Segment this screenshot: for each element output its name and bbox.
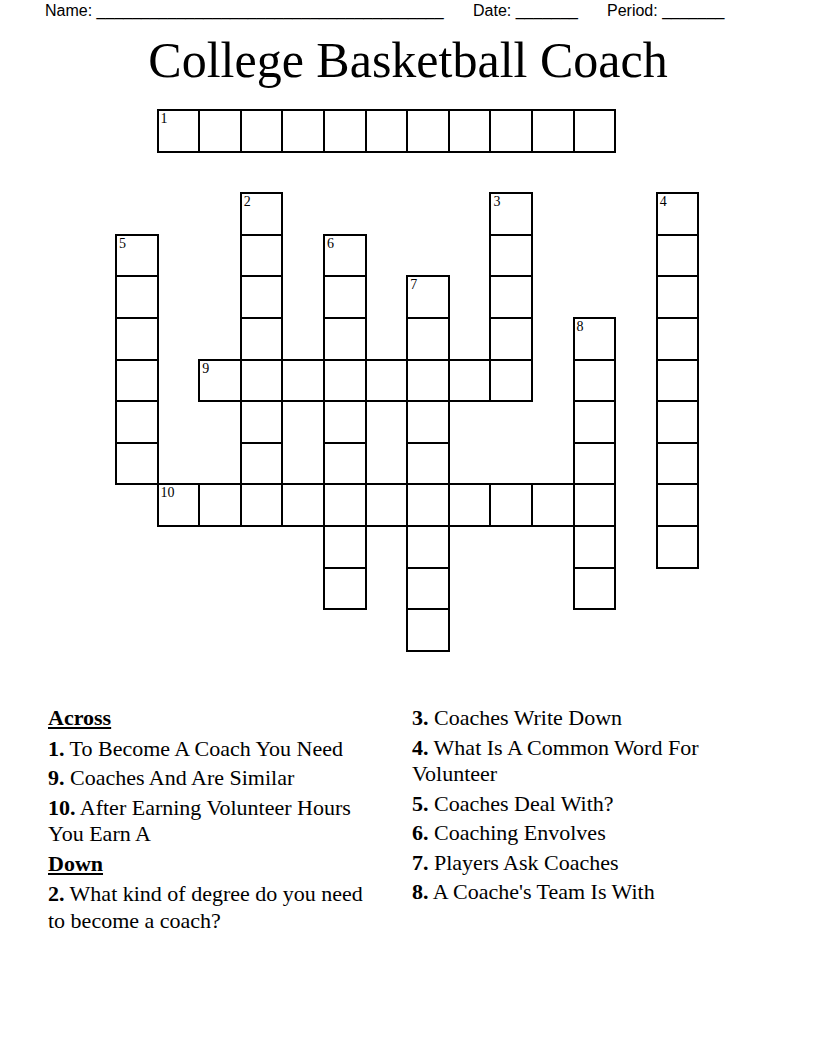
- name-field: Name: __________________________________…: [45, 2, 444, 20]
- crossword-cell-r6c13[interactable]: [656, 359, 700, 403]
- crossword-cell-r9c3[interactable]: [240, 483, 284, 527]
- crossword-cell-r4c3[interactable]: [240, 275, 284, 319]
- crossword-cell-r8c7[interactable]: [406, 442, 450, 486]
- period-label: Period:: [607, 2, 658, 19]
- crossword-cell-r6c7[interactable]: [406, 359, 450, 403]
- crossword-cell-r9c10[interactable]: [531, 483, 575, 527]
- crossword-cell-r0c2[interactable]: [198, 109, 242, 153]
- crossword-cell-r4c13[interactable]: [656, 275, 700, 319]
- crossword-cell-r11c7[interactable]: [406, 567, 450, 611]
- crossword-cell-r0c6[interactable]: [365, 109, 409, 153]
- cell-number-6: 6: [327, 236, 334, 251]
- crossword-cell-r9c6[interactable]: [365, 483, 409, 527]
- crossword-cell-r8c5[interactable]: [323, 442, 367, 486]
- cell-number-5: 5: [119, 236, 126, 251]
- clue-number-4: 4.: [412, 735, 429, 760]
- date-blank[interactable]: _______: [516, 2, 578, 19]
- crossword-cell-r9c4[interactable]: [281, 483, 325, 527]
- crossword-cell-r2c3[interactable]: 2: [240, 192, 284, 236]
- clue-8: 8. A Coache's Team Is With: [412, 879, 712, 906]
- clue-number-6: 6.: [412, 820, 429, 845]
- crossword-cell-r12c7[interactable]: [406, 608, 450, 652]
- crossword-cell-r8c11[interactable]: [573, 442, 617, 486]
- clue-6: 6. Coaching Envolves: [412, 820, 712, 847]
- crossword-cell-r0c1[interactable]: 1: [157, 109, 201, 153]
- crossword-cell-r6c4[interactable]: [281, 359, 325, 403]
- clue-5: 5. Coaches Deal With?: [412, 791, 712, 818]
- crossword-cell-r6c0[interactable]: [115, 359, 159, 403]
- crossword-cell-r9c9[interactable]: [489, 483, 533, 527]
- crossword-cell-r8c13[interactable]: [656, 442, 700, 486]
- crossword-cell-r7c11[interactable]: [573, 400, 617, 444]
- crossword-cell-r5c7[interactable]: [406, 317, 450, 361]
- crossword-cell-r0c8[interactable]: [448, 109, 492, 153]
- crossword-cell-r7c13[interactable]: [656, 400, 700, 444]
- crossword-cell-r5c5[interactable]: [323, 317, 367, 361]
- clue-3: 3. Coaches Write Down: [412, 705, 712, 732]
- crossword-cell-r0c5[interactable]: [323, 109, 367, 153]
- crossword-cell-r9c5[interactable]: [323, 483, 367, 527]
- cell-number-8: 8: [577, 319, 584, 334]
- name-label: Name:: [45, 2, 92, 19]
- crossword-cell-r0c7[interactable]: [406, 109, 450, 153]
- crossword-cell-r5c9[interactable]: [489, 317, 533, 361]
- crossword-cell-r5c13[interactable]: [656, 317, 700, 361]
- cell-number-2: 2: [244, 194, 251, 209]
- period-field: Period: _______: [607, 2, 724, 20]
- date-field: Date: _______: [473, 2, 578, 20]
- cell-number-7: 7: [410, 277, 417, 292]
- clue-1: 1. To Become A Coach You Need: [48, 736, 378, 763]
- across-section-header: Across: [48, 705, 378, 732]
- name-blank[interactable]: _______________________________________: [97, 2, 444, 19]
- puzzle-title: College Basketball Coach: [0, 33, 816, 88]
- crossword-cell-r8c0[interactable]: [115, 442, 159, 486]
- crossword-cell-r3c3[interactable]: [240, 234, 284, 278]
- crossword-cell-r10c5[interactable]: [323, 525, 367, 569]
- crossword-cell-r4c0[interactable]: [115, 275, 159, 319]
- crossword-cell-r3c9[interactable]: [489, 234, 533, 278]
- crossword-cell-r11c11[interactable]: [573, 567, 617, 611]
- crossword-cell-r0c3[interactable]: [240, 109, 284, 153]
- clue-7: 7. Players Ask Coaches: [412, 850, 712, 877]
- crossword-cell-r10c13[interactable]: [656, 525, 700, 569]
- crossword-cell-r4c7[interactable]: 7: [406, 275, 450, 319]
- crossword-cell-r6c9[interactable]: [489, 359, 533, 403]
- crossword-cell-r6c5[interactable]: [323, 359, 367, 403]
- crossword-cell-r7c5[interactable]: [323, 400, 367, 444]
- crossword-cell-r0c11[interactable]: [573, 109, 617, 153]
- crossword-cell-r9c11[interactable]: [573, 483, 617, 527]
- crossword-cell-r0c10[interactable]: [531, 109, 575, 153]
- crossword-cell-r6c8[interactable]: [448, 359, 492, 403]
- clue-number-9: 9.: [48, 765, 65, 790]
- crossword-cell-r9c13[interactable]: [656, 483, 700, 527]
- crossword-cell-r9c2[interactable]: [198, 483, 242, 527]
- clue-number-1: 1.: [48, 736, 65, 761]
- cell-number-3: 3: [493, 194, 500, 209]
- crossword-cell-r7c0[interactable]: [115, 400, 159, 444]
- crossword-cell-r6c6[interactable]: [365, 359, 409, 403]
- crossword-cell-r4c9[interactable]: [489, 275, 533, 319]
- crossword-cell-r5c3[interactable]: [240, 317, 284, 361]
- clues-right-column: 3. Coaches Write Down4. What Is A Common…: [412, 705, 712, 909]
- crossword-cell-r2c9[interactable]: 3: [489, 192, 533, 236]
- crossword-cell-r7c7[interactable]: [406, 400, 450, 444]
- cell-number-4: 4: [660, 194, 667, 209]
- cell-number-10: 10: [161, 485, 175, 500]
- crossword-cell-r3c13[interactable]: [656, 234, 700, 278]
- clue-number-5: 5.: [412, 791, 429, 816]
- crossword-cell-r10c7[interactable]: [406, 525, 450, 569]
- crossword-cell-r0c9[interactable]: [489, 109, 533, 153]
- crossword-cell-r3c0[interactable]: 5: [115, 234, 159, 278]
- worksheet-page: Name: __________________________________…: [0, 0, 816, 1056]
- crossword-cell-r8c3[interactable]: [240, 442, 284, 486]
- crossword-cell-r6c2[interactable]: 9: [198, 359, 242, 403]
- crossword-cell-r2c13[interactable]: 4: [656, 192, 700, 236]
- crossword-cell-r0c4[interactable]: [281, 109, 325, 153]
- clue-number-2: 2.: [48, 881, 65, 906]
- clue-4: 4. What Is A Common Word For Volunteer: [412, 735, 712, 788]
- crossword-cell-r5c0[interactable]: [115, 317, 159, 361]
- clue-number-10: 10.: [48, 795, 76, 820]
- cell-number-9: 9: [202, 361, 209, 376]
- crossword-cell-r3c5[interactable]: 6: [323, 234, 367, 278]
- date-label: Date:: [473, 2, 511, 19]
- clue-number-3: 3.: [412, 705, 429, 730]
- crossword-cell-r10c11[interactable]: [573, 525, 617, 569]
- period-blank[interactable]: _______: [662, 2, 724, 19]
- crossword-cell-r9c7[interactable]: [406, 483, 450, 527]
- down-section-header: Down: [48, 851, 378, 878]
- crossword-cell-r9c8[interactable]: [448, 483, 492, 527]
- crossword-cell-r5c11[interactable]: 8: [573, 317, 617, 361]
- crossword-cell-r11c5[interactable]: [323, 567, 367, 611]
- crossword-cell-r9c1[interactable]: 10: [157, 483, 201, 527]
- clue-number-7: 7.: [412, 850, 429, 875]
- crossword-cell-r6c11[interactable]: [573, 359, 617, 403]
- clue-10: 10. After Earning Volunteer Hours You Ea…: [48, 795, 378, 848]
- crossword-cell-r7c3[interactable]: [240, 400, 284, 444]
- clue-number-8: 8.: [412, 879, 429, 904]
- clue-2: 2. What kind of degree do you need to be…: [48, 881, 378, 934]
- crossword-cell-r4c5[interactable]: [323, 275, 367, 319]
- clue-9: 9. Coaches And Are Similar: [48, 765, 378, 792]
- clues-left-column: Across1. To Become A Coach You Need9. Co…: [48, 705, 378, 937]
- cell-number-1: 1: [161, 111, 168, 126]
- crossword-cell-r6c3[interactable]: [240, 359, 284, 403]
